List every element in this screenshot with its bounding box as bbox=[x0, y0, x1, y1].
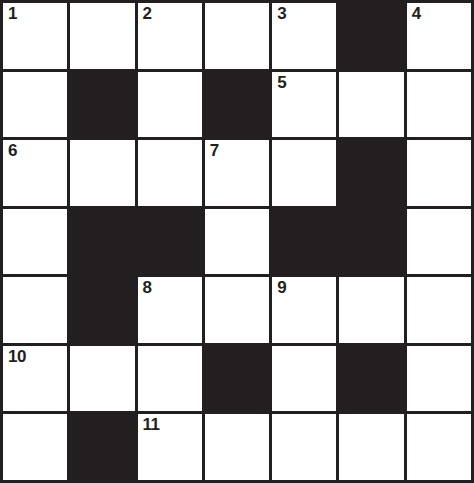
black-cell-r4c5 bbox=[272, 209, 336, 275]
clue-number: 10 bbox=[8, 347, 26, 367]
grid-cell-r7c1[interactable] bbox=[3, 414, 67, 480]
clue-number: 1 bbox=[8, 4, 17, 24]
grid-cell-r7c5[interactable] bbox=[272, 414, 336, 480]
black-cell-r1c6 bbox=[339, 3, 403, 69]
clue-number: 2 bbox=[143, 4, 152, 24]
grid-cell-r3c4[interactable]: 7 bbox=[205, 140, 269, 206]
black-cell-r4c2 bbox=[70, 209, 134, 275]
black-cell-r2c2 bbox=[70, 72, 134, 138]
grid-cell-r2c3[interactable] bbox=[138, 72, 202, 138]
grid-cell-r5c6[interactable] bbox=[339, 277, 403, 343]
black-cell-r7c2 bbox=[70, 414, 134, 480]
black-cell-r4c6 bbox=[339, 209, 403, 275]
grid-cell-r5c4[interactable] bbox=[205, 277, 269, 343]
grid-cell-r6c7[interactable] bbox=[407, 346, 471, 412]
grid-cell-r6c5[interactable] bbox=[272, 346, 336, 412]
grid-cell-r7c6[interactable] bbox=[339, 414, 403, 480]
clue-number: 7 bbox=[210, 141, 219, 161]
clue-number: 6 bbox=[8, 141, 17, 161]
grid-cell-r5c5[interactable]: 9 bbox=[272, 277, 336, 343]
grid-cell-r3c5[interactable] bbox=[272, 140, 336, 206]
grid-cell-r1c1[interactable]: 1 bbox=[3, 3, 67, 69]
grid-cell-r7c3[interactable]: 11 bbox=[138, 414, 202, 480]
clue-number: 4 bbox=[412, 4, 421, 24]
grid-cell-r4c1[interactable] bbox=[3, 209, 67, 275]
grid-cell-r2c6[interactable] bbox=[339, 72, 403, 138]
grid-cell-r3c1[interactable]: 6 bbox=[3, 140, 67, 206]
clue-number: 8 bbox=[143, 278, 152, 298]
grid-cell-r6c2[interactable] bbox=[70, 346, 134, 412]
grid-cell-r2c5[interactable]: 5 bbox=[272, 72, 336, 138]
grid-cell-r4c4[interactable] bbox=[205, 209, 269, 275]
black-cell-r4c3 bbox=[138, 209, 202, 275]
grid-cell-r5c1[interactable] bbox=[3, 277, 67, 343]
grid-cell-r3c7[interactable] bbox=[407, 140, 471, 206]
grid-cell-r6c1[interactable]: 10 bbox=[3, 346, 67, 412]
grid-cell-r6c3[interactable] bbox=[138, 346, 202, 412]
black-cell-r6c4 bbox=[205, 346, 269, 412]
black-cell-r3c6 bbox=[339, 140, 403, 206]
grid-cell-r3c3[interactable] bbox=[138, 140, 202, 206]
grid-cell-r1c5[interactable]: 3 bbox=[272, 3, 336, 69]
clue-number: 3 bbox=[277, 4, 286, 24]
grid-cell-r1c3[interactable]: 2 bbox=[138, 3, 202, 69]
grid-cell-r1c4[interactable] bbox=[205, 3, 269, 69]
black-cell-r6c6 bbox=[339, 346, 403, 412]
grid-cell-r1c7[interactable]: 4 bbox=[407, 3, 471, 69]
clue-number: 9 bbox=[277, 278, 286, 298]
grid-cell-r5c3[interactable]: 8 bbox=[138, 277, 202, 343]
grid-cell-r3c2[interactable] bbox=[70, 140, 134, 206]
crossword-puzzle: 1234567891011 bbox=[0, 0, 474, 483]
grid-cell-r7c4[interactable] bbox=[205, 414, 269, 480]
grid-cell-r2c7[interactable] bbox=[407, 72, 471, 138]
grid-cell-r4c7[interactable] bbox=[407, 209, 471, 275]
crossword-grid: 1234567891011 bbox=[0, 0, 474, 483]
grid-cell-r1c2[interactable] bbox=[70, 3, 134, 69]
black-cell-r5c2 bbox=[70, 277, 134, 343]
clue-number: 5 bbox=[277, 73, 286, 93]
grid-cell-r5c7[interactable] bbox=[407, 277, 471, 343]
clue-number: 11 bbox=[143, 415, 160, 435]
grid-cell-r7c7[interactable] bbox=[407, 414, 471, 480]
black-cell-r2c4 bbox=[205, 72, 269, 138]
grid-cell-r2c1[interactable] bbox=[3, 72, 67, 138]
